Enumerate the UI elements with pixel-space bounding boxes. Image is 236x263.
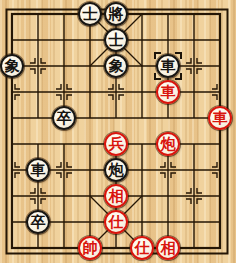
piece-black-elephant[interactable]: 象 bbox=[104, 54, 128, 78]
piece-red-chariot[interactable]: 車 bbox=[208, 106, 232, 130]
piece-black-soldier[interactable]: 卒 bbox=[52, 106, 76, 130]
piece-red-advisor[interactable]: 仕 bbox=[104, 210, 128, 234]
piece-red-elephant[interactable]: 相 bbox=[104, 184, 128, 208]
piece-red-elephant[interactable]: 相 bbox=[156, 236, 180, 260]
piece-black-elephant[interactable]: 象 bbox=[0, 54, 24, 78]
piece-red-chariot[interactable]: 車 bbox=[156, 80, 180, 104]
piece-red-general[interactable]: 帥 bbox=[78, 236, 102, 260]
xiangqi-board: 士將士象象車車卒車兵炮車炮相卒仕帥仕相 bbox=[0, 0, 236, 263]
piece-red-advisor[interactable]: 仕 bbox=[130, 236, 154, 260]
piece-black-advisor[interactable]: 士 bbox=[78, 2, 102, 26]
piece-black-chariot[interactable]: 車 bbox=[26, 158, 50, 182]
piece-black-general[interactable]: 將 bbox=[104, 2, 128, 26]
piece-black-advisor[interactable]: 士 bbox=[104, 28, 128, 52]
piece-red-soldier[interactable]: 兵 bbox=[104, 132, 128, 156]
piece-red-cannon[interactable]: 炮 bbox=[156, 132, 180, 156]
piece-black-chariot[interactable]: 車 bbox=[156, 54, 180, 78]
piece-black-cannon[interactable]: 炮 bbox=[104, 158, 128, 182]
piece-black-soldier[interactable]: 卒 bbox=[26, 210, 50, 234]
pieces-layer: 士將士象象車車卒車兵炮車炮相卒仕帥仕相 bbox=[0, 1, 233, 261]
